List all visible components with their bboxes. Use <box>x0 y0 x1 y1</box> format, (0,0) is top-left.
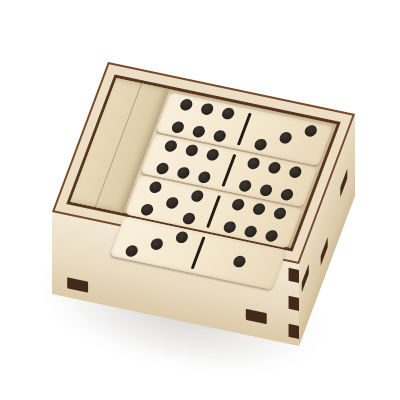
pip <box>184 144 200 158</box>
corner-finger-tooth <box>289 268 299 283</box>
pip <box>264 229 280 243</box>
pip <box>222 220 238 234</box>
pip <box>251 202 267 216</box>
photo-stage <box>0 0 400 400</box>
pip <box>176 166 192 180</box>
pip <box>267 161 283 175</box>
pip <box>181 212 197 226</box>
finger-joint-notch <box>246 309 267 324</box>
pip <box>199 102 215 116</box>
pip <box>278 131 294 145</box>
pip <box>190 189 206 203</box>
finger-joint-notch <box>302 264 309 293</box>
pip <box>124 244 140 258</box>
pip <box>170 120 186 134</box>
pip <box>258 184 274 198</box>
pip <box>148 180 164 194</box>
pip <box>246 157 262 171</box>
pip <box>288 165 304 179</box>
pip <box>139 203 155 217</box>
pip <box>155 162 171 176</box>
pip <box>243 225 259 239</box>
pip <box>303 124 319 138</box>
pip <box>212 129 228 143</box>
pip <box>191 125 207 139</box>
finger-joint-notch <box>340 169 347 198</box>
pip <box>272 207 288 221</box>
pip <box>230 198 246 212</box>
pip <box>220 107 236 121</box>
corner-finger-tooth <box>289 296 299 311</box>
finger-joint-notch <box>67 277 88 292</box>
pip <box>253 138 269 152</box>
finger-joint-notch <box>321 237 328 266</box>
corner-finger-tooth <box>289 324 299 339</box>
pip <box>174 231 190 245</box>
pip <box>163 139 179 153</box>
pip <box>164 196 180 210</box>
pip <box>197 171 213 185</box>
pip <box>279 188 295 202</box>
pip <box>205 148 221 162</box>
pip <box>149 237 165 251</box>
pip <box>237 179 253 193</box>
pip <box>179 98 195 112</box>
pip <box>232 255 248 269</box>
